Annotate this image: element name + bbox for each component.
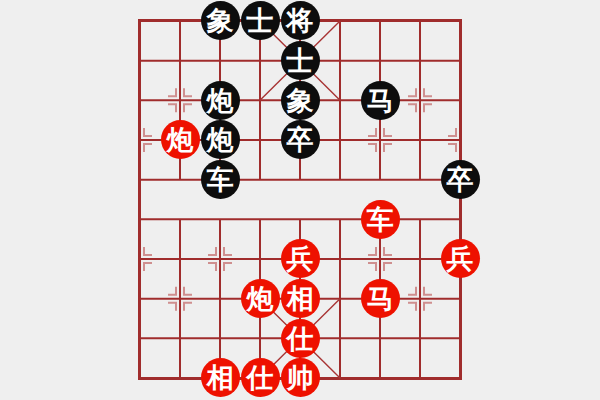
red-cannon[interactable]: 炮 bbox=[241, 279, 280, 318]
black-soldier[interactable]: 卒 bbox=[281, 120, 320, 159]
black-cannon[interactable]: 炮 bbox=[201, 81, 240, 120]
black-advisor[interactable]: 士 bbox=[241, 1, 280, 40]
black-elephant[interactable]: 象 bbox=[201, 1, 240, 40]
black-elephant[interactable]: 象 bbox=[281, 81, 320, 120]
red-elephant[interactable]: 相 bbox=[201, 358, 240, 397]
black-cannon[interactable]: 炮 bbox=[201, 120, 240, 159]
red-cannon[interactable]: 炮 bbox=[161, 120, 200, 159]
xiangqi-board: 象士将士炮象马炮卒车卒炮车兵兵炮相马仕相仕帅 bbox=[0, 0, 600, 400]
red-advisor[interactable]: 仕 bbox=[281, 319, 320, 358]
black-advisor[interactable]: 士 bbox=[281, 41, 320, 80]
red-horse[interactable]: 马 bbox=[361, 279, 400, 318]
black-horse[interactable]: 马 bbox=[361, 81, 400, 120]
black-chariot[interactable]: 车 bbox=[201, 160, 240, 199]
red-chariot[interactable]: 车 bbox=[361, 200, 400, 239]
red-elephant[interactable]: 相 bbox=[281, 279, 320, 318]
black-general[interactable]: 将 bbox=[281, 1, 320, 40]
red-soldier[interactable]: 兵 bbox=[441, 239, 480, 278]
red-soldier[interactable]: 兵 bbox=[281, 239, 320, 278]
piece-layer: 象士将士炮象马炮卒车卒炮车兵兵炮相马仕相仕帅 bbox=[120, 1, 480, 398]
black-soldier[interactable]: 卒 bbox=[441, 160, 480, 199]
red-general[interactable]: 帅 bbox=[281, 358, 320, 397]
red-advisor[interactable]: 仕 bbox=[241, 358, 280, 397]
